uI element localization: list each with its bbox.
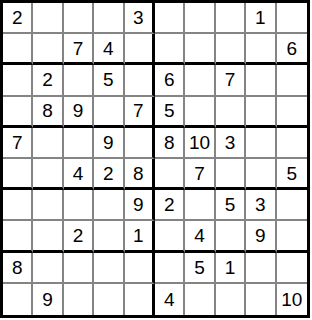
cell-r8c8[interactable] — [216, 221, 246, 252]
cell-r9c4[interactable] — [94, 253, 124, 284]
cell-r2c3[interactable]: 7 — [64, 34, 94, 65]
cell-r10c9[interactable] — [246, 284, 276, 315]
cell-r3c9[interactable] — [246, 65, 276, 96]
cell-r1c10[interactable] — [277, 3, 307, 34]
cell-r6c7[interactable]: 7 — [185, 159, 215, 190]
cell-r6c5[interactable]: 8 — [125, 159, 155, 190]
cell-r7c9[interactable]: 3 — [246, 190, 276, 221]
cell-r8c10[interactable] — [277, 221, 307, 252]
cell-r9c1[interactable]: 8 — [3, 253, 33, 284]
cell-r6c2[interactable] — [33, 159, 63, 190]
cell-r3c7[interactable] — [185, 65, 215, 96]
cell-r6c10[interactable]: 5 — [277, 159, 307, 190]
cell-r4c2[interactable]: 8 — [33, 97, 63, 128]
cell-r1c1[interactable]: 2 — [3, 3, 33, 34]
cell-r2c10[interactable]: 6 — [277, 34, 307, 65]
cell-r6c9[interactable] — [246, 159, 276, 190]
cell-r9c10[interactable] — [277, 253, 307, 284]
cell-r9c8[interactable]: 1 — [216, 253, 246, 284]
cell-r8c9[interactable]: 9 — [246, 221, 276, 252]
cell-r4c7[interactable] — [185, 97, 215, 128]
cell-r2c4[interactable]: 4 — [94, 34, 124, 65]
cell-r1c5[interactable]: 3 — [125, 3, 155, 34]
cell-r2c7[interactable] — [185, 34, 215, 65]
cell-r5c7[interactable]: 10 — [185, 128, 215, 159]
cell-r9c2[interactable] — [33, 253, 63, 284]
cell-r10c10[interactable]: 10 — [277, 284, 307, 315]
cell-r1c3[interactable] — [64, 3, 94, 34]
cell-r4c5[interactable]: 7 — [125, 97, 155, 128]
cell-r8c7[interactable]: 4 — [185, 221, 215, 252]
cell-r5c9[interactable] — [246, 128, 276, 159]
cell-r7c1[interactable] — [3, 190, 33, 221]
cell-r5c1[interactable]: 7 — [3, 128, 33, 159]
cell-r3c8[interactable]: 7 — [216, 65, 246, 96]
cell-r3c1[interactable] — [3, 65, 33, 96]
cell-r9c3[interactable] — [64, 253, 94, 284]
cell-r7c3[interactable] — [64, 190, 94, 221]
cell-r8c5[interactable]: 1 — [125, 221, 155, 252]
cell-r9c5[interactable] — [125, 253, 155, 284]
cell-r3c6[interactable]: 6 — [155, 65, 185, 96]
cell-r7c8[interactable]: 5 — [216, 190, 246, 221]
cell-r1c9[interactable]: 1 — [246, 3, 276, 34]
cell-r10c2[interactable]: 9 — [33, 284, 63, 315]
cell-r3c4[interactable]: 5 — [94, 65, 124, 96]
cell-r10c3[interactable] — [64, 284, 94, 315]
cell-r5c2[interactable] — [33, 128, 63, 159]
cell-r7c5[interactable]: 9 — [125, 190, 155, 221]
cell-r3c5[interactable] — [125, 65, 155, 96]
cell-r10c8[interactable] — [216, 284, 246, 315]
cell-r10c6[interactable]: 4 — [155, 284, 185, 315]
cell-r7c2[interactable] — [33, 190, 63, 221]
cell-r8c4[interactable] — [94, 221, 124, 252]
cell-r7c7[interactable] — [185, 190, 215, 221]
cell-r4c8[interactable] — [216, 97, 246, 128]
cell-r5c4[interactable]: 9 — [94, 128, 124, 159]
cell-r8c1[interactable] — [3, 221, 33, 252]
cell-r5c10[interactable] — [277, 128, 307, 159]
cell-r8c2[interactable] — [33, 221, 63, 252]
cell-r4c6[interactable]: 5 — [155, 97, 185, 128]
cell-r1c6[interactable] — [155, 3, 185, 34]
cell-r4c3[interactable]: 9 — [64, 97, 94, 128]
cell-r10c1[interactable] — [3, 284, 33, 315]
cell-r9c7[interactable]: 5 — [185, 253, 215, 284]
cell-r4c10[interactable] — [277, 97, 307, 128]
cell-r4c4[interactable] — [94, 97, 124, 128]
cell-r2c9[interactable] — [246, 34, 276, 65]
cell-r2c8[interactable] — [216, 34, 246, 65]
cell-r1c2[interactable] — [33, 3, 63, 34]
cell-r10c7[interactable] — [185, 284, 215, 315]
cell-r6c6[interactable] — [155, 159, 185, 190]
cell-r5c3[interactable] — [64, 128, 94, 159]
cell-r2c5[interactable] — [125, 34, 155, 65]
cell-r6c4[interactable]: 2 — [94, 159, 124, 190]
cell-r4c9[interactable] — [246, 97, 276, 128]
cell-r1c4[interactable] — [94, 3, 124, 34]
cell-r5c8[interactable]: 3 — [216, 128, 246, 159]
cell-r2c2[interactable] — [33, 34, 63, 65]
cell-r9c6[interactable] — [155, 253, 185, 284]
cell-r3c10[interactable] — [277, 65, 307, 96]
page: 2317462567897579810342875925321498519410 — [0, 0, 312, 320]
cell-r3c3[interactable] — [64, 65, 94, 96]
cell-r7c10[interactable] — [277, 190, 307, 221]
cell-r10c5[interactable] — [125, 284, 155, 315]
cell-r6c8[interactable] — [216, 159, 246, 190]
cell-r1c7[interactable] — [185, 3, 215, 34]
cell-r1c8[interactable] — [216, 3, 246, 34]
sudoku-board: 2317462567897579810342875925321498519410 — [0, 0, 310, 318]
cell-r8c6[interactable] — [155, 221, 185, 252]
cell-r2c1[interactable] — [3, 34, 33, 65]
cell-r5c5[interactable] — [125, 128, 155, 159]
cell-r7c6[interactable]: 2 — [155, 190, 185, 221]
cell-r5c6[interactable]: 8 — [155, 128, 185, 159]
cell-r4c1[interactable] — [3, 97, 33, 128]
cell-r9c9[interactable] — [246, 253, 276, 284]
cell-r6c3[interactable]: 4 — [64, 159, 94, 190]
cell-r7c4[interactable] — [94, 190, 124, 221]
cell-r8c3[interactable]: 2 — [64, 221, 94, 252]
cell-r6c1[interactable] — [3, 159, 33, 190]
cell-r10c4[interactable] — [94, 284, 124, 315]
cell-r2c6[interactable] — [155, 34, 185, 65]
cell-r3c2[interactable]: 2 — [33, 65, 63, 96]
